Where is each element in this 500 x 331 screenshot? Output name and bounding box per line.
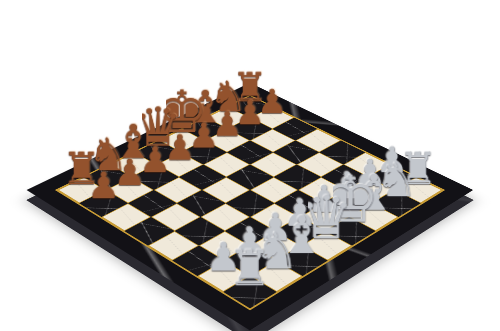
scene: ♜♞♝♛♚♝♞♜♟♟♟♟♟♟♟♟♟♟♟♟♟♟♟♟♜♞♝♛♚♝♞♜ [0,0,500,331]
piece-copper-pawn-a7: ♟ [86,167,120,204]
copper-pawn-glyph: ♟ [87,169,120,204]
chess-board: ♜♞♝♛♚♝♞♜♟♟♟♟♟♟♟♟♟♟♟♟♟♟♟♟♜♞♝♛♚♝♞♜ [27,83,474,331]
chess-set-product-photo[interactable]: ♜♞♝♛♚♝♞♜♟♟♟♟♟♟♟♟♟♟♟♟♟♟♟♟♜♞♝♛♚♝♞♜ [0,0,500,331]
silver-rook-glyph: ♜ [228,245,272,291]
piece-silver-rook-a1: ♜ [231,243,269,292]
